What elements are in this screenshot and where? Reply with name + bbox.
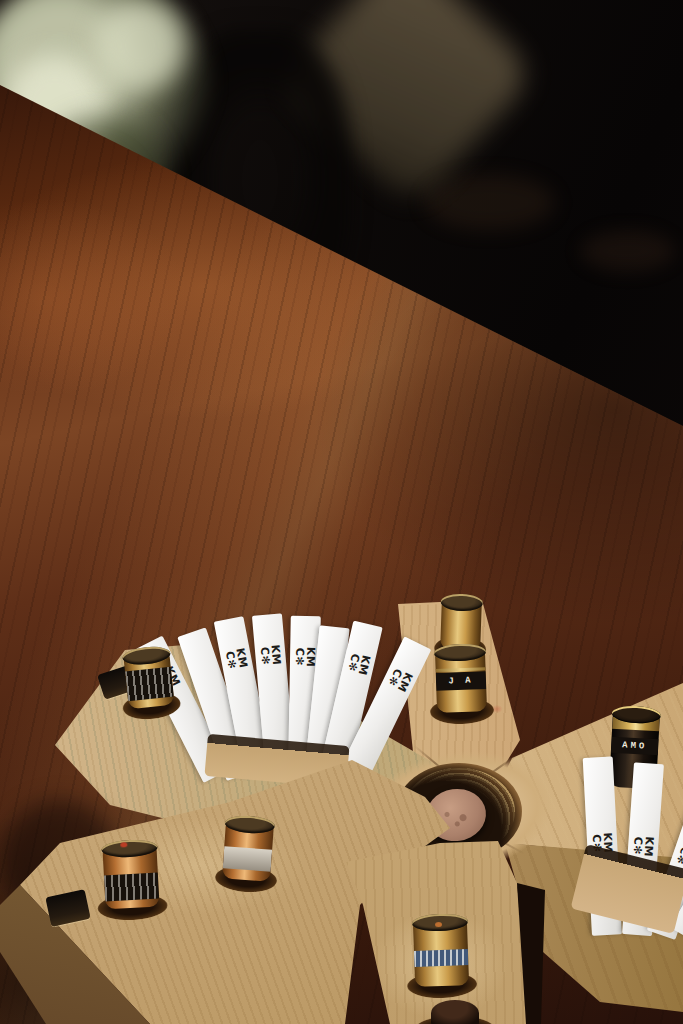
peg-band xyxy=(125,667,174,702)
peg-bottom-2-partial[interactable] xyxy=(424,1000,486,1024)
peg-upper-left[interactable] xyxy=(123,651,174,710)
peg-band xyxy=(414,949,469,967)
slip-logo: KMC✻ xyxy=(259,644,283,666)
peg-lower-left-2[interactable] xyxy=(222,820,274,881)
peg-bottom-1[interactable] xyxy=(413,919,469,987)
peg-cap-top xyxy=(431,1000,479,1024)
slip-logo: KMC✻ xyxy=(294,647,316,668)
peg-band xyxy=(104,873,159,902)
plant-flower-blur-2 xyxy=(95,0,185,90)
slip-logo: KMC✻ xyxy=(346,651,372,676)
table-glint-far xyxy=(425,175,555,230)
peg-label: J A xyxy=(448,676,474,687)
slip-logo: KMC✻ xyxy=(386,666,415,694)
peg-band xyxy=(223,846,272,871)
slip-logo: KMC✻ xyxy=(224,647,250,671)
peg-band: J A xyxy=(436,671,487,691)
peg-lower-left-1[interactable] xyxy=(102,845,159,910)
scene: KMC✻ KMC✻ KMC✻ KMC✻ KMC✻ KMC✻ KMC✻ KMC✻ … xyxy=(0,0,683,1024)
peg-top-front[interactable]: J A xyxy=(435,649,487,713)
table-glint-far-2 xyxy=(580,230,675,272)
slip-logo: KMC✻ xyxy=(632,835,655,857)
